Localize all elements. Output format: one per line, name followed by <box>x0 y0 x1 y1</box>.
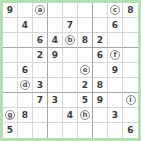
cell-r9c3[interactable] <box>33 123 48 138</box>
cell-r7c5[interactable] <box>63 93 78 108</box>
cell-r1c6[interactable] <box>78 3 93 18</box>
circled-letter-h-icon: h <box>80 110 90 120</box>
cell-r3c2[interactable] <box>18 33 33 48</box>
cell-r4c4[interactable]: 9 <box>48 48 63 63</box>
given-digit: 6 <box>127 126 133 135</box>
cell-r2c7[interactable] <box>93 18 108 33</box>
cell-r5c1[interactable] <box>3 63 18 78</box>
given-digit: 7 <box>37 96 43 105</box>
cell-r8c3[interactable] <box>33 108 48 123</box>
cell-r6c4[interactable] <box>48 78 63 93</box>
cell-r7c9[interactable]: i <box>123 93 138 108</box>
given-digit: 8 <box>127 6 133 15</box>
cell-r9c7[interactable] <box>93 123 108 138</box>
cell-r7c7[interactable]: 9 <box>93 93 108 108</box>
circled-letter-a-icon: a <box>35 5 45 15</box>
cell-r9c2[interactable] <box>18 123 33 138</box>
cell-r5c7[interactable] <box>93 63 108 78</box>
cell-r5c4[interactable] <box>48 63 63 78</box>
cell-r9c6[interactable] <box>78 123 93 138</box>
cell-r1c7[interactable] <box>93 3 108 18</box>
given-digit: 9 <box>52 51 58 60</box>
cell-r2c6[interactable] <box>78 18 93 33</box>
cell-r3c5[interactable]: b <box>63 33 78 48</box>
cell-r8c5[interactable]: 4 <box>63 108 78 123</box>
cell-r7c6[interactable]: 5 <box>78 93 93 108</box>
given-digit: 8 <box>82 36 88 45</box>
cell-r2c8[interactable]: 6 <box>108 18 123 33</box>
given-digit: 2 <box>97 36 103 45</box>
cell-r9c1[interactable]: 5 <box>3 123 18 138</box>
cell-r3c7[interactable]: 2 <box>93 33 108 48</box>
cell-r6c9[interactable] <box>123 78 138 93</box>
cell-r3c1[interactable] <box>3 33 18 48</box>
circled-letter-b-icon: b <box>65 35 75 45</box>
cell-r2c5[interactable]: 7 <box>63 18 78 33</box>
cell-r4c1[interactable] <box>3 48 18 63</box>
cell-r3c4[interactable]: 4 <box>48 33 63 48</box>
cell-r8c9[interactable] <box>123 108 138 123</box>
cell-r8c1[interactable]: g <box>3 108 18 123</box>
cell-r9c4[interactable] <box>48 123 63 138</box>
given-digit: 2 <box>37 51 43 60</box>
cell-r6c1[interactable] <box>3 78 18 93</box>
given-digit: 2 <box>82 81 88 90</box>
given-digit: 3 <box>52 96 58 105</box>
cell-r3c9[interactable] <box>123 33 138 48</box>
cell-r5c5[interactable] <box>63 63 78 78</box>
circled-letter-f-icon: f <box>110 50 120 60</box>
sudoku-board: 9ac847664b82296f6e9d3287359ig84h356 <box>0 0 141 141</box>
cell-r3c3[interactable]: 6 <box>33 33 48 48</box>
given-digit: 4 <box>67 111 73 120</box>
cell-r6c3[interactable]: 3 <box>33 78 48 93</box>
cell-r3c8[interactable] <box>108 33 123 48</box>
cell-r5c9[interactable] <box>123 63 138 78</box>
cell-r9c5[interactable] <box>63 123 78 138</box>
cell-r1c3[interactable]: a <box>33 3 48 18</box>
given-digit: 6 <box>37 36 43 45</box>
cell-r7c2[interactable] <box>18 93 33 108</box>
cell-r1c2[interactable] <box>18 3 33 18</box>
cell-r9c8[interactable] <box>108 123 123 138</box>
cell-r8c6[interactable]: h <box>78 108 93 123</box>
given-digit: 9 <box>97 96 103 105</box>
cell-r4c6[interactable] <box>78 48 93 63</box>
cell-r5c6[interactable]: e <box>78 63 93 78</box>
given-digit: 4 <box>52 36 58 45</box>
given-digit: 5 <box>82 96 88 105</box>
cell-r4c8[interactable]: f <box>108 48 123 63</box>
cell-r4c9[interactable] <box>123 48 138 63</box>
cell-r1c8[interactable]: c <box>108 3 123 18</box>
given-digit: 8 <box>22 111 28 120</box>
cell-r2c9[interactable] <box>123 18 138 33</box>
cell-r3c6[interactable]: 8 <box>78 33 93 48</box>
cell-r8c8[interactable]: 3 <box>108 108 123 123</box>
cell-r7c8[interactable] <box>108 93 123 108</box>
cell-r1c4[interactable] <box>48 3 63 18</box>
cell-r5c2[interactable]: 6 <box>18 63 33 78</box>
cell-r2c3[interactable] <box>33 18 48 33</box>
cell-r6c6[interactable]: 2 <box>78 78 93 93</box>
sudoku-puzzle: 9ac847664b82296f6e9d3287359ig84h356 <box>0 0 141 141</box>
cell-r6c2[interactable]: d <box>18 78 33 93</box>
cell-r5c8[interactable]: 9 <box>108 63 123 78</box>
circled-letter-i-icon: i <box>126 95 136 105</box>
cell-r2c1[interactable] <box>3 18 18 33</box>
given-digit: 9 <box>7 6 13 15</box>
cell-r2c2[interactable]: 4 <box>18 18 33 33</box>
cell-r5c3[interactable] <box>33 63 48 78</box>
cell-r7c1[interactable] <box>3 93 18 108</box>
given-digit: 3 <box>37 81 43 90</box>
circled-letter-c-icon: c <box>110 5 120 15</box>
cell-r1c5[interactable] <box>63 3 78 18</box>
given-digit: 5 <box>7 126 13 135</box>
given-digit: 9 <box>112 66 118 75</box>
given-digit: 4 <box>22 21 28 30</box>
given-digit: 6 <box>22 66 28 75</box>
cell-r4c5[interactable] <box>63 48 78 63</box>
given-digit: 3 <box>112 111 118 120</box>
cell-r2c4[interactable] <box>48 18 63 33</box>
cell-r6c7[interactable]: 8 <box>93 78 108 93</box>
cell-r4c7[interactable]: 6 <box>93 48 108 63</box>
cell-r7c4[interactable]: 3 <box>48 93 63 108</box>
circled-letter-g-icon: g <box>5 110 15 120</box>
cell-r9c9[interactable]: 6 <box>123 123 138 138</box>
given-digit: 6 <box>97 51 103 60</box>
cell-r6c8[interactable] <box>108 78 123 93</box>
circled-letter-d-icon: d <box>20 80 30 90</box>
cell-r8c7[interactable] <box>93 108 108 123</box>
given-digit: 6 <box>112 21 118 30</box>
cell-r7c3[interactable]: 7 <box>33 93 48 108</box>
given-digit: 8 <box>97 81 103 90</box>
cell-r8c2[interactable]: 8 <box>18 108 33 123</box>
cell-r4c2[interactable] <box>18 48 33 63</box>
cell-r1c9[interactable]: 8 <box>123 3 138 18</box>
cell-r4c3[interactable]: 2 <box>33 48 48 63</box>
cell-r6c5[interactable] <box>63 78 78 93</box>
circled-letter-e-icon: e <box>80 65 90 75</box>
cell-r8c4[interactable] <box>48 108 63 123</box>
cell-r1c1[interactable]: 9 <box>3 3 18 18</box>
given-digit: 7 <box>67 21 73 30</box>
